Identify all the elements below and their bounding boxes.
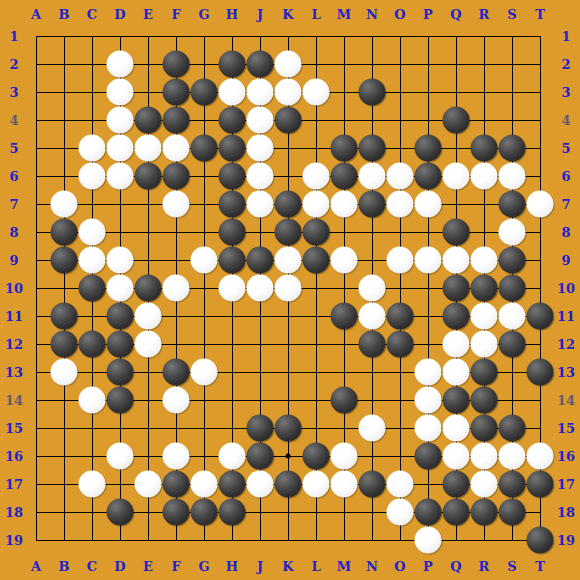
black-stone[interactable] — [471, 499, 498, 526]
white-stone[interactable] — [275, 79, 302, 106]
col-label: M — [337, 559, 351, 574]
row-label: 19 — [557, 533, 575, 548]
col-label: Q — [450, 559, 461, 574]
white-stone[interactable] — [499, 443, 526, 470]
row-label: 13 — [5, 365, 23, 380]
col-label: B — [59, 559, 70, 574]
white-stone[interactable] — [443, 443, 470, 470]
black-stone[interactable] — [79, 331, 106, 358]
black-stone[interactable] — [275, 471, 302, 498]
black-stone[interactable] — [163, 499, 190, 526]
black-stone[interactable] — [163, 471, 190, 498]
row-label: 10 — [5, 281, 23, 296]
white-stone[interactable] — [387, 471, 414, 498]
black-stone[interactable] — [219, 471, 246, 498]
row-label: 9 — [9, 253, 18, 268]
col-label: R — [479, 7, 490, 22]
col-label: P — [423, 7, 433, 22]
row-label: 5 — [561, 141, 570, 156]
black-stone[interactable] — [443, 387, 470, 414]
white-stone[interactable] — [191, 359, 218, 386]
white-stone[interactable] — [163, 191, 190, 218]
white-stone[interactable] — [415, 387, 442, 414]
black-stone[interactable] — [107, 331, 134, 358]
white-stone[interactable] — [135, 303, 162, 330]
white-stone[interactable] — [471, 471, 498, 498]
black-stone[interactable] — [191, 135, 218, 162]
black-stone[interactable] — [219, 499, 246, 526]
row-label: 1 — [9, 29, 18, 44]
col-label: E — [143, 7, 153, 22]
white-stone[interactable] — [163, 443, 190, 470]
row-label: 2 — [9, 57, 18, 72]
row-label: 13 — [557, 365, 575, 380]
black-stone[interactable] — [163, 79, 190, 106]
col-label: G — [198, 559, 209, 574]
black-stone[interactable] — [219, 191, 246, 218]
black-stone[interactable] — [219, 219, 246, 246]
row-label: 12 — [5, 337, 23, 352]
white-stone[interactable] — [79, 471, 106, 498]
black-stone[interactable] — [415, 443, 442, 470]
black-stone[interactable] — [443, 107, 470, 134]
black-stone[interactable] — [275, 219, 302, 246]
row-label: 11 — [557, 309, 575, 324]
row-label: 5 — [9, 141, 18, 156]
row-label: 1 — [561, 29, 570, 44]
col-label: D — [114, 7, 125, 22]
col-label: O — [394, 559, 405, 574]
white-stone[interactable] — [219, 275, 246, 302]
col-label: P — [423, 559, 433, 574]
black-stone[interactable] — [471, 275, 498, 302]
white-stone[interactable] — [107, 107, 134, 134]
black-stone[interactable] — [163, 359, 190, 386]
col-label: G — [198, 7, 209, 22]
row-label: 15 — [557, 421, 575, 436]
row-label: 16 — [5, 449, 23, 464]
row-label: 4 — [9, 113, 18, 128]
row-label: 11 — [5, 309, 23, 324]
white-stone[interactable] — [51, 359, 78, 386]
black-stone[interactable] — [219, 51, 246, 78]
col-label: L — [311, 7, 320, 22]
white-stone[interactable] — [415, 191, 442, 218]
white-stone[interactable] — [275, 51, 302, 78]
col-label: J — [257, 559, 263, 574]
black-stone[interactable] — [527, 303, 554, 330]
black-stone[interactable] — [499, 331, 526, 358]
white-stone[interactable] — [499, 303, 526, 330]
black-stone[interactable] — [303, 247, 330, 274]
row-label: 6 — [9, 169, 18, 184]
white-stone[interactable] — [359, 415, 386, 442]
white-stone[interactable] — [303, 471, 330, 498]
col-label: K — [282, 559, 293, 574]
black-stone[interactable] — [191, 499, 218, 526]
white-stone[interactable] — [415, 247, 442, 274]
black-stone[interactable] — [443, 471, 470, 498]
col-label: D — [114, 559, 125, 574]
col-label: C — [87, 7, 97, 22]
white-stone[interactable] — [107, 51, 134, 78]
col-label: F — [171, 559, 180, 574]
white-stone[interactable] — [331, 443, 358, 470]
black-stone[interactable] — [499, 135, 526, 162]
white-stone[interactable] — [107, 135, 134, 162]
black-stone[interactable] — [107, 359, 134, 386]
white-stone[interactable] — [387, 499, 414, 526]
black-stone[interactable] — [163, 51, 190, 78]
black-stone[interactable] — [415, 163, 442, 190]
star-point — [286, 454, 291, 459]
row-label: 19 — [5, 533, 23, 548]
white-stone[interactable] — [191, 247, 218, 274]
white-stone[interactable] — [387, 163, 414, 190]
white-stone[interactable] — [443, 415, 470, 442]
white-stone[interactable] — [331, 247, 358, 274]
white-stone[interactable] — [163, 275, 190, 302]
white-stone[interactable] — [443, 247, 470, 274]
black-stone[interactable] — [331, 387, 358, 414]
black-stone[interactable] — [359, 471, 386, 498]
white-stone[interactable] — [359, 163, 386, 190]
col-label: N — [366, 7, 378, 22]
black-stone[interactable] — [499, 275, 526, 302]
black-stone[interactable] — [79, 275, 106, 302]
white-stone[interactable] — [275, 275, 302, 302]
white-stone[interactable] — [163, 135, 190, 162]
white-stone[interactable] — [499, 219, 526, 246]
black-stone[interactable] — [331, 135, 358, 162]
white-stone[interactable] — [79, 135, 106, 162]
row-label: 16 — [557, 449, 575, 464]
black-stone[interactable] — [247, 247, 274, 274]
white-stone[interactable] — [331, 191, 358, 218]
black-stone[interactable] — [499, 191, 526, 218]
white-stone[interactable] — [107, 163, 134, 190]
col-label: H — [226, 559, 238, 574]
row-label: 15 — [5, 421, 23, 436]
white-stone[interactable] — [443, 331, 470, 358]
white-stone[interactable] — [415, 359, 442, 386]
black-stone[interactable] — [415, 135, 442, 162]
black-stone[interactable] — [527, 471, 554, 498]
white-stone[interactable] — [247, 79, 274, 106]
white-stone[interactable] — [247, 191, 274, 218]
black-stone[interactable] — [443, 219, 470, 246]
black-stone[interactable] — [107, 303, 134, 330]
row-label: 14 — [5, 393, 23, 408]
col-label: T — [535, 559, 545, 574]
black-stone[interactable] — [135, 107, 162, 134]
white-stone[interactable] — [79, 247, 106, 274]
white-stone[interactable] — [107, 247, 134, 274]
white-stone[interactable] — [331, 471, 358, 498]
white-stone[interactable] — [471, 443, 498, 470]
col-label: Q — [450, 7, 461, 22]
black-stone[interactable] — [275, 191, 302, 218]
white-stone[interactable] — [275, 247, 302, 274]
row-label: 17 — [5, 477, 23, 492]
black-stone[interactable] — [471, 359, 498, 386]
black-stone[interactable] — [471, 387, 498, 414]
white-stone[interactable] — [219, 443, 246, 470]
white-stone[interactable] — [135, 331, 162, 358]
col-label: N — [366, 559, 378, 574]
white-stone[interactable] — [247, 275, 274, 302]
col-label: M — [337, 7, 351, 22]
black-stone[interactable] — [359, 331, 386, 358]
row-label: 18 — [557, 505, 575, 520]
black-stone[interactable] — [163, 163, 190, 190]
black-stone[interactable] — [331, 163, 358, 190]
row-label: 14 — [557, 393, 575, 408]
black-stone[interactable] — [107, 387, 134, 414]
col-label: T — [535, 7, 545, 22]
white-stone[interactable] — [303, 163, 330, 190]
black-stone[interactable] — [303, 443, 330, 470]
black-stone[interactable] — [471, 415, 498, 442]
black-stone[interactable] — [219, 163, 246, 190]
black-stone[interactable] — [387, 331, 414, 358]
white-stone[interactable] — [443, 163, 470, 190]
black-stone[interactable] — [135, 163, 162, 190]
row-label: 17 — [557, 477, 575, 492]
black-stone[interactable] — [443, 275, 470, 302]
white-stone[interactable] — [303, 191, 330, 218]
white-stone[interactable] — [51, 191, 78, 218]
black-stone[interactable] — [331, 303, 358, 330]
white-stone[interactable] — [471, 247, 498, 274]
col-label: B — [59, 7, 70, 22]
white-stone[interactable] — [527, 443, 554, 470]
col-label: C — [87, 559, 97, 574]
black-stone[interactable] — [499, 247, 526, 274]
black-stone[interactable] — [219, 135, 246, 162]
col-label: E — [143, 559, 153, 574]
white-stone[interactable] — [471, 163, 498, 190]
black-stone[interactable] — [247, 415, 274, 442]
col-label: J — [257, 7, 263, 22]
black-stone[interactable] — [303, 219, 330, 246]
black-stone[interactable] — [247, 51, 274, 78]
black-stone[interactable] — [247, 443, 274, 470]
col-label: F — [171, 7, 180, 22]
row-label: 7 — [561, 197, 570, 212]
row-label: 4 — [561, 113, 570, 128]
black-stone[interactable] — [527, 359, 554, 386]
row-label: 2 — [561, 57, 570, 72]
white-stone[interactable] — [247, 163, 274, 190]
black-stone[interactable] — [51, 331, 78, 358]
white-stone[interactable] — [527, 191, 554, 218]
row-label: 8 — [9, 225, 18, 240]
white-stone[interactable] — [415, 527, 442, 554]
black-stone[interactable] — [471, 135, 498, 162]
white-stone[interactable] — [499, 163, 526, 190]
white-stone[interactable] — [247, 107, 274, 134]
black-stone[interactable] — [499, 499, 526, 526]
white-stone[interactable] — [107, 79, 134, 106]
white-stone[interactable] — [443, 359, 470, 386]
col-label: R — [479, 559, 490, 574]
black-stone[interactable] — [443, 499, 470, 526]
white-stone[interactable] — [303, 79, 330, 106]
white-stone[interactable] — [471, 331, 498, 358]
black-stone[interactable] — [191, 79, 218, 106]
white-stone[interactable] — [135, 471, 162, 498]
col-label: S — [507, 7, 516, 22]
white-stone[interactable] — [79, 219, 106, 246]
white-stone[interactable] — [359, 275, 386, 302]
white-stone[interactable] — [359, 303, 386, 330]
black-stone[interactable] — [415, 499, 442, 526]
white-stone[interactable] — [79, 387, 106, 414]
black-stone[interactable] — [275, 415, 302, 442]
white-stone[interactable] — [387, 191, 414, 218]
white-stone[interactable] — [107, 275, 134, 302]
white-stone[interactable] — [79, 163, 106, 190]
white-stone[interactable] — [387, 247, 414, 274]
white-stone[interactable] — [415, 415, 442, 442]
row-label: 9 — [561, 253, 570, 268]
black-stone[interactable] — [359, 79, 386, 106]
black-stone[interactable] — [51, 303, 78, 330]
white-stone[interactable] — [163, 387, 190, 414]
black-stone[interactable] — [359, 135, 386, 162]
black-stone[interactable] — [51, 219, 78, 246]
white-stone[interactable] — [135, 135, 162, 162]
col-label: S — [507, 559, 516, 574]
row-label: 18 — [5, 505, 23, 520]
black-stone[interactable] — [443, 303, 470, 330]
black-stone[interactable] — [135, 275, 162, 302]
row-label: 6 — [561, 169, 570, 184]
white-stone[interactable] — [191, 471, 218, 498]
black-stone[interactable] — [51, 247, 78, 274]
col-label: A — [31, 559, 41, 574]
white-stone[interactable] — [219, 79, 246, 106]
col-label: O — [394, 7, 405, 22]
black-stone[interactable] — [107, 499, 134, 526]
white-stone[interactable] — [247, 471, 274, 498]
black-stone[interactable] — [387, 303, 414, 330]
black-stone[interactable] — [359, 191, 386, 218]
col-label: H — [226, 7, 238, 22]
white-stone[interactable] — [107, 443, 134, 470]
col-label: L — [311, 559, 320, 574]
row-label: 8 — [561, 225, 570, 240]
white-stone[interactable] — [247, 135, 274, 162]
go-board[interactable]: ABCDEFGHJKLMNOPQRST ABCDEFGHJKLMNOPQRST … — [0, 0, 580, 580]
row-label: 10 — [557, 281, 575, 296]
black-stone[interactable] — [163, 107, 190, 134]
row-label: 3 — [561, 85, 570, 100]
col-label: K — [282, 7, 293, 22]
row-label: 12 — [557, 337, 575, 352]
black-stone[interactable] — [499, 415, 526, 442]
black-stone[interactable] — [219, 247, 246, 274]
black-stone[interactable] — [499, 471, 526, 498]
black-stone[interactable] — [527, 527, 554, 554]
col-label: A — [31, 7, 41, 22]
black-stone[interactable] — [219, 107, 246, 134]
black-stone[interactable] — [275, 107, 302, 134]
row-label: 3 — [9, 85, 18, 100]
white-stone[interactable] — [471, 303, 498, 330]
row-label: 7 — [9, 197, 18, 212]
